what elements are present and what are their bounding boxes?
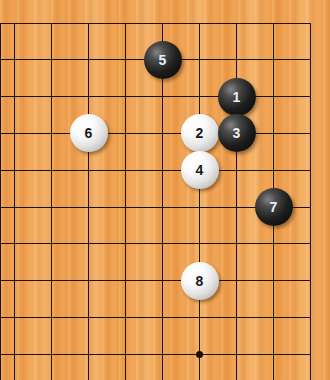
stone-white-q15: 4 (181, 151, 219, 189)
stone-white-q16: 2 (181, 114, 219, 152)
stone-black-s14: 7 (255, 188, 293, 226)
grid-line-vertical (199, 23, 200, 380)
go-board: 12345678 (0, 0, 330, 380)
stone-move-number: 1 (233, 90, 241, 104)
grid-line-vertical (88, 23, 89, 380)
grid-line-horizontal (0, 133, 311, 134)
grid-line-horizontal (0, 243, 311, 244)
crop-edge-line (0, 23, 1, 380)
grid-line-vertical (125, 23, 126, 380)
grid-line-horizontal (0, 354, 311, 355)
grid-line-horizontal (0, 280, 311, 281)
grid-line-horizontal (0, 317, 311, 318)
stone-black-r17: 1 (218, 78, 256, 116)
stone-move-number: 8 (196, 274, 204, 288)
stone-move-number: 5 (159, 53, 167, 67)
grid-line-vertical (51, 23, 52, 380)
grid-line-horizontal (0, 23, 311, 24)
grid-line-vertical (14, 23, 15, 380)
stone-black-p18: 5 (144, 41, 182, 79)
star-point-q10 (196, 351, 203, 358)
stone-white-n16: 6 (70, 114, 108, 152)
stone-move-number: 2 (196, 126, 204, 140)
grid-line-vertical (310, 23, 311, 380)
grid-line-vertical (236, 23, 237, 380)
stone-move-number: 7 (270, 200, 278, 214)
stone-black-r16: 3 (218, 114, 256, 152)
stone-move-number: 3 (233, 126, 241, 140)
stone-move-number: 6 (85, 126, 93, 140)
stone-white-q12: 8 (181, 262, 219, 300)
stone-move-number: 4 (196, 163, 204, 177)
grid-line-horizontal (0, 170, 311, 171)
grid-line-horizontal (0, 96, 311, 97)
